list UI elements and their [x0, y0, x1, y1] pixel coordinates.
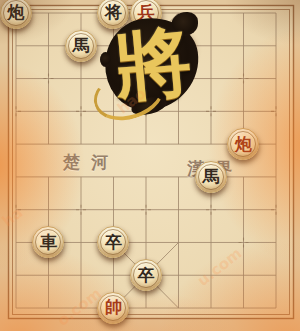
board-point[interactable] — [227, 292, 260, 325]
board-point[interactable] — [227, 29, 260, 62]
board-point[interactable] — [260, 128, 293, 161]
board-point[interactable] — [130, 160, 163, 193]
board-point[interactable] — [227, 95, 260, 128]
board-point[interactable] — [0, 62, 32, 95]
seal-character: 將 — [99, 12, 207, 116]
check-seal: 將 — [103, 10, 203, 114]
board-point[interactable] — [195, 226, 228, 259]
xiangqi-game-screen: 楚河 漢界 炮将兵馬車炮馬車卒卒帥 將 hahaoo.comu.com — [0, 0, 300, 331]
board-point[interactable] — [195, 128, 228, 161]
piece-glyph: 馬 — [72, 37, 89, 54]
board-point[interactable] — [162, 128, 195, 161]
board-point[interactable] — [130, 128, 163, 161]
board-point[interactable] — [0, 193, 32, 226]
piece-black-horse[interactable]: 馬 — [65, 30, 97, 62]
piece-glyph: 車 — [40, 234, 57, 251]
board-point[interactable] — [260, 62, 293, 95]
board-point[interactable] — [0, 29, 32, 62]
board-point[interactable] — [260, 0, 293, 29]
board-point[interactable] — [32, 62, 65, 95]
board-point[interactable] — [260, 95, 293, 128]
board-point[interactable] — [227, 193, 260, 226]
board-point[interactable] — [97, 160, 130, 193]
board-point[interactable] — [32, 160, 65, 193]
board-point[interactable] — [65, 259, 98, 292]
board-point[interactable] — [260, 292, 293, 325]
board-point[interactable] — [260, 193, 293, 226]
board-point[interactable] — [65, 62, 98, 95]
board-point[interactable] — [65, 226, 98, 259]
board-point[interactable] — [227, 62, 260, 95]
board-point[interactable] — [65, 128, 98, 161]
board-point[interactable] — [195, 292, 228, 325]
board-point[interactable] — [32, 29, 65, 62]
board-point[interactable] — [195, 193, 228, 226]
board-point[interactable] — [162, 226, 195, 259]
board-point[interactable] — [32, 128, 65, 161]
board-point[interactable] — [97, 259, 130, 292]
board-point[interactable] — [162, 160, 195, 193]
board-point[interactable] — [0, 226, 32, 259]
board-point[interactable] — [195, 259, 228, 292]
board-point[interactable] — [162, 292, 195, 325]
board-point[interactable] — [32, 193, 65, 226]
board-point[interactable] — [260, 29, 293, 62]
board-point[interactable] — [97, 193, 130, 226]
board-point[interactable] — [260, 259, 293, 292]
board-point[interactable] — [227, 259, 260, 292]
board-point[interactable] — [32, 0, 65, 29]
board-point[interactable] — [0, 95, 32, 128]
board-point[interactable] — [32, 259, 65, 292]
board-point[interactable] — [260, 226, 293, 259]
board-point[interactable] — [65, 160, 98, 193]
piece-glyph: 卒 — [137, 267, 154, 284]
piece-glyph: 馬 — [202, 168, 219, 185]
board-point[interactable] — [65, 193, 98, 226]
board-point[interactable] — [32, 95, 65, 128]
board-point[interactable] — [32, 292, 65, 325]
piece-glyph: 炮 — [7, 4, 24, 21]
piece-glyph: 卒 — [105, 234, 122, 251]
board-point[interactable] — [227, 160, 260, 193]
board-point[interactable] — [0, 160, 32, 193]
board-point[interactable] — [130, 292, 163, 325]
board-point[interactable] — [65, 95, 98, 128]
board-point[interactable] — [227, 226, 260, 259]
board-point[interactable] — [130, 193, 163, 226]
board-point[interactable] — [260, 160, 293, 193]
board-point[interactable] — [0, 259, 32, 292]
board-point[interactable] — [65, 0, 98, 29]
piece-black-soldier[interactable]: 卒 — [130, 259, 162, 291]
board-point[interactable] — [162, 259, 195, 292]
board-point[interactable] — [130, 226, 163, 259]
piece-glyph: 炮 — [235, 136, 252, 153]
board-point[interactable] — [227, 0, 260, 29]
board-point[interactable] — [0, 292, 32, 325]
board-point[interactable] — [162, 193, 195, 226]
piece-glyph: 帥 — [105, 299, 122, 316]
board-point[interactable] — [0, 128, 32, 161]
board-point[interactable] — [97, 128, 130, 161]
piece-black-horse[interactable]: 馬 — [195, 161, 227, 193]
board-point[interactable] — [65, 292, 98, 325]
